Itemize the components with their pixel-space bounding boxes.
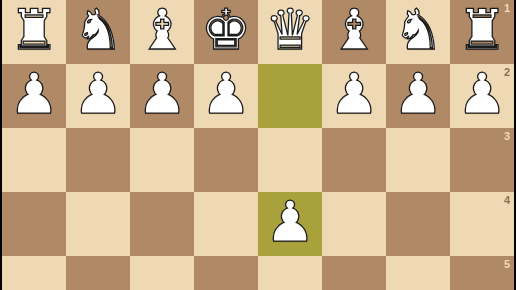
board-viewport: ♜♞♝♚♛♝♞♜♟♟♟♟♟♟♟♟12345 <box>0 0 516 290</box>
square-h5[interactable] <box>2 256 66 290</box>
white-pawn-piece: ♟ <box>258 192 322 256</box>
square-b2[interactable]: ♟ <box>386 64 450 128</box>
square-c2[interactable]: ♟ <box>322 64 386 128</box>
square-c3[interactable] <box>322 128 386 192</box>
rank-label-5: 5 <box>504 259 510 270</box>
square-g3[interactable] <box>66 128 130 192</box>
white-rook-piece: ♜ <box>2 0 66 64</box>
square-e2[interactable]: ♟ <box>194 64 258 128</box>
square-f4[interactable] <box>130 192 194 256</box>
square-d2[interactable] <box>258 64 322 128</box>
white-bishop-piece: ♝ <box>130 0 194 64</box>
square-e3[interactable] <box>194 128 258 192</box>
square-b4[interactable] <box>386 192 450 256</box>
square-d1[interactable]: ♛ <box>258 0 322 64</box>
square-g1[interactable]: ♞ <box>66 0 130 64</box>
square-c4[interactable] <box>322 192 386 256</box>
square-g2[interactable]: ♟ <box>66 64 130 128</box>
white-bishop-piece: ♝ <box>322 0 386 64</box>
square-g5[interactable] <box>66 256 130 290</box>
square-e4[interactable] <box>194 192 258 256</box>
white-king-piece: ♚ <box>194 0 258 64</box>
square-e5[interactable] <box>194 256 258 290</box>
white-pawn-piece: ♟ <box>194 64 258 128</box>
chess-board: ♜♞♝♚♛♝♞♜♟♟♟♟♟♟♟♟12345 <box>2 0 514 290</box>
square-h4[interactable] <box>2 192 66 256</box>
rank-label-1: 1 <box>504 3 510 14</box>
square-h1[interactable]: ♜ <box>2 0 66 64</box>
square-f3[interactable] <box>130 128 194 192</box>
square-e1[interactable]: ♚ <box>194 0 258 64</box>
white-pawn-piece: ♟ <box>2 64 66 128</box>
white-knight-piece: ♞ <box>66 0 130 64</box>
square-f5[interactable] <box>130 256 194 290</box>
square-h2[interactable]: ♟ <box>2 64 66 128</box>
square-b5[interactable] <box>386 256 450 290</box>
square-g4[interactable] <box>66 192 130 256</box>
square-b1[interactable]: ♞ <box>386 0 450 64</box>
white-queen-piece: ♛ <box>258 0 322 64</box>
white-pawn-piece: ♟ <box>322 64 386 128</box>
square-d5[interactable] <box>258 256 322 290</box>
white-pawn-piece: ♟ <box>386 64 450 128</box>
white-pawn-piece: ♟ <box>66 64 130 128</box>
square-d3[interactable] <box>258 128 322 192</box>
rank-label-2: 2 <box>504 67 510 78</box>
square-f2[interactable]: ♟ <box>130 64 194 128</box>
square-d4[interactable]: ♟ <box>258 192 322 256</box>
square-b3[interactable] <box>386 128 450 192</box>
square-h3[interactable] <box>2 128 66 192</box>
square-f1[interactable]: ♝ <box>130 0 194 64</box>
white-knight-piece: ♞ <box>386 0 450 64</box>
rank-label-4: 4 <box>504 195 510 206</box>
rank-label-3: 3 <box>504 131 510 142</box>
square-c1[interactable]: ♝ <box>322 0 386 64</box>
square-c5[interactable] <box>322 256 386 290</box>
white-pawn-piece: ♟ <box>130 64 194 128</box>
